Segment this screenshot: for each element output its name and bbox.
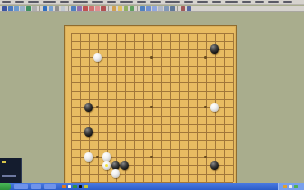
tool-icon-15[interactable] [95,6,100,11]
toolbar-separator [68,6,69,11]
start-button[interactable] [0,183,11,190]
menu-item-19[interactable] [268,1,279,3]
tool-icon-10[interactable] [61,6,66,11]
toolbar-separator [39,6,40,11]
stone-white-R10[interactable] [210,103,219,112]
star-point [204,56,207,59]
status-mini-panel [0,158,22,183]
taskbar-icon-2[interactable] [68,185,72,189]
toolbar-separator [137,6,138,11]
stone-black-C10[interactable] [84,103,93,112]
menu-item-18[interactable] [255,1,264,3]
tray-icon-2[interactable] [289,185,293,189]
menu-item-20[interactable] [283,1,292,3]
menu-item-6[interactable] [73,1,88,3]
star-point [96,156,99,159]
menu-item-11[interactable] [150,1,161,3]
task-button-1[interactable] [14,184,28,189]
grid-vline [161,33,162,182]
client-area [0,12,304,183]
grid-vline [179,33,180,182]
stone-black-C7[interactable] [84,127,93,136]
menu-item-10[interactable] [137,1,146,3]
stone-white-F2[interactable] [111,169,120,178]
grid-hline [71,132,233,133]
taskbar [0,183,304,190]
task-items [11,184,56,189]
toolbar-separator [177,6,178,11]
grid-hline [71,174,233,175]
grid-vline [170,33,171,182]
tool-icon-8[interactable] [49,6,54,11]
menu-item-17[interactable] [242,1,251,3]
tool-icon-20[interactable] [130,6,135,11]
stone-black-R17[interactable] [210,44,219,53]
menu-item-9[interactable] [120,1,133,3]
stone-white-E3[interactable] [102,161,111,170]
tool-icon-2[interactable] [8,6,13,11]
grid-hline [71,116,233,117]
stone-white-C4[interactable] [84,152,93,161]
tool-icon-21[interactable] [140,6,145,11]
grid-hline [71,149,233,150]
star-point [204,156,207,159]
menu-item-8[interactable] [107,1,116,3]
taskbar-app-icons [60,185,88,189]
go-board[interactable] [64,25,237,186]
grid-vline [197,33,198,182]
task-button-3[interactable] [44,184,56,189]
mini-panel-glyph [2,161,6,163]
tool-icon-24[interactable] [158,6,163,11]
tool-icon-13[interactable] [83,6,88,11]
menu-item-12[interactable] [165,1,180,3]
toolbar-separator [108,6,109,11]
tool-icon-23[interactable] [152,6,157,11]
tool-icon-9[interactable] [55,6,60,11]
menu-item-4[interactable] [43,1,56,3]
taskbar-icon-3[interactable] [73,185,77,189]
menu-bar [0,0,304,5]
taskbar-icon-1[interactable] [62,185,66,189]
stone-black-G3[interactable] [120,161,129,170]
stone-white-D16[interactable] [93,53,102,62]
tool-icon-25[interactable] [164,6,169,11]
menu-item-3[interactable] [28,1,39,3]
tool-icon-17[interactable] [112,6,117,11]
menu-item-1[interactable] [2,1,11,3]
grid-vline [224,33,225,182]
system-tray[interactable] [278,183,304,190]
tool-icon-4[interactable] [20,6,25,11]
tool-icon-18[interactable] [118,6,123,11]
menu-item-13[interactable] [184,1,193,3]
tool-icon-28[interactable] [187,6,192,11]
menu-item-2[interactable] [15,1,24,3]
tool-icon-22[interactable] [146,6,151,11]
grid-hline [71,124,233,125]
last-move-marker [105,164,108,167]
grid-vline [233,33,234,182]
tool-icon-14[interactable] [89,6,94,11]
tool-icon-1[interactable] [2,6,7,11]
tool-icon-11[interactable] [71,6,76,11]
menu-item-5[interactable] [60,1,69,3]
tool-icon-3[interactable] [14,6,19,11]
tool-icon-26[interactable] [170,6,175,11]
grid-vline [188,33,189,182]
menu-item-7[interactable] [92,1,103,3]
tool-icon-7[interactable] [43,6,48,11]
tool-icon-27[interactable] [181,6,186,11]
tool-icon-19[interactable] [124,6,129,11]
menu-item-14[interactable] [197,1,208,3]
tool-icon-16[interactable] [101,6,106,11]
menu-item-15[interactable] [212,1,221,3]
tool-icon-6[interactable] [32,6,37,11]
stone-black-R3[interactable] [210,161,219,170]
star-point [150,56,153,59]
taskbar-icon-4[interactable] [79,185,83,189]
grid-hline [71,165,233,166]
tray-icon-3[interactable] [294,185,298,189]
mini-panel-line [2,175,16,177]
tool-icon-12[interactable] [77,6,82,11]
grid-hline [71,140,233,141]
star-point [150,156,153,159]
tray-icon-1[interactable] [283,185,287,189]
task-button-2[interactable] [31,184,41,189]
taskbar-icon-5[interactable] [84,185,88,189]
menu-item-16[interactable] [225,1,238,3]
tool-icon-5[interactable] [26,6,31,11]
